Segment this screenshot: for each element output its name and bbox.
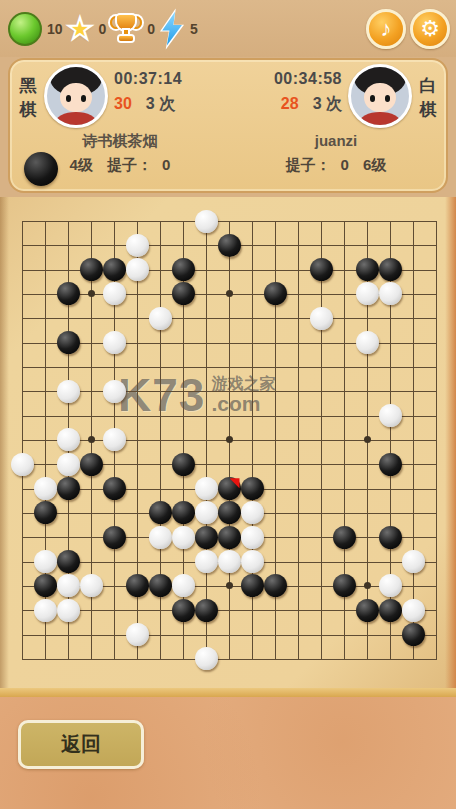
- coin-ball-icon: [8, 12, 42, 46]
- stone-white: [57, 599, 80, 622]
- stone-white: [195, 501, 218, 524]
- stone-black: [103, 258, 126, 281]
- top-bar: 10 ★ 0 0 5 ♪ ⚙: [0, 0, 456, 57]
- white-captures: 0: [341, 156, 349, 173]
- stone-black: [379, 453, 402, 476]
- stone-black: [195, 526, 218, 549]
- back-button[interactable]: 返回: [18, 720, 144, 769]
- stone-white: [149, 526, 172, 549]
- stone-black: [126, 574, 149, 597]
- black-player-avatar: [44, 64, 108, 128]
- white-time: 00:34:58: [182, 70, 342, 88]
- stone-black: [356, 599, 379, 622]
- stone-white: [172, 574, 195, 597]
- black-periods: 3 次: [146, 95, 175, 112]
- stone-white: [379, 404, 402, 427]
- grid-line: [22, 635, 437, 636]
- black-rank-captures: 4级 提子：0: [10, 156, 230, 175]
- white-byoyomi: 283 次: [182, 94, 342, 115]
- music-button[interactable]: ♪: [366, 9, 406, 49]
- star-point: [88, 290, 95, 297]
- stone-black: [333, 574, 356, 597]
- stone-white: [34, 599, 57, 622]
- watermark-dotcom: .com: [211, 393, 275, 415]
- stone-black: [241, 477, 264, 500]
- black-rank: 4级: [70, 156, 93, 173]
- stone-white: [356, 331, 379, 354]
- white-player-avatar: [348, 64, 412, 128]
- stone-white: [379, 282, 402, 305]
- white-clock: 00:34:58 283 次: [182, 70, 342, 115]
- player-panel: 黑棋 00:37:14 303 次 00:34:58 283 次 白棋 诗书棋茶…: [8, 58, 448, 193]
- stone-black: [241, 574, 264, 597]
- go-board[interactable]: K73 游戏之家 .com: [0, 197, 456, 688]
- stone-black: [34, 501, 57, 524]
- stone-black: [310, 258, 333, 281]
- stone-black: [402, 623, 425, 646]
- stone-black: [80, 258, 103, 281]
- black-captures-label: 提子：: [107, 156, 152, 173]
- star-point: [364, 436, 371, 443]
- white-periods: 3 次: [313, 95, 342, 112]
- star-point: [226, 582, 233, 589]
- white-side-label: 白棋: [418, 74, 438, 122]
- stone-black: [103, 477, 126, 500]
- white-rank: 6级: [363, 156, 386, 173]
- grid-line: [298, 221, 299, 660]
- stone-white: [57, 380, 80, 403]
- last-move-marker: [230, 478, 240, 488]
- stone-black: [218, 526, 241, 549]
- stone-white: [195, 647, 218, 670]
- stone-black: [149, 574, 172, 597]
- stone-white: [218, 550, 241, 573]
- stone-white: [57, 428, 80, 451]
- coins-stat: 10: [8, 12, 63, 46]
- white-player-name: juanzi: [226, 132, 446, 149]
- star-point: [226, 436, 233, 443]
- stone-white: [402, 599, 425, 622]
- black-captures: 0: [162, 156, 170, 173]
- stone-black: [57, 550, 80, 573]
- stone-white: [402, 550, 425, 573]
- stars-count: 0: [98, 21, 106, 37]
- white-rank-captures: 提子：0 6级: [226, 156, 446, 175]
- stone-black: [218, 477, 241, 500]
- lightning-icon: [159, 12, 185, 46]
- stone-black: [149, 501, 172, 524]
- stone-black: [195, 599, 218, 622]
- app-screen: 10 ★ 0 0 5 ♪ ⚙ 黑棋: [0, 0, 456, 809]
- stone-black: [264, 574, 287, 597]
- stone-white: [172, 526, 195, 549]
- stone-black: [379, 258, 402, 281]
- stone-black: [172, 258, 195, 281]
- black-countdown: 30: [114, 95, 132, 112]
- stone-black: [172, 599, 195, 622]
- stone-white: [80, 574, 103, 597]
- stone-black: [356, 258, 379, 281]
- star-icon: ★: [67, 12, 94, 46]
- stone-white: [103, 282, 126, 305]
- stone-white: [103, 331, 126, 354]
- stone-white: [57, 453, 80, 476]
- grid-line: [436, 221, 437, 660]
- stone-white: [149, 307, 172, 330]
- music-note-icon: ♪: [381, 18, 392, 40]
- white-countdown: 28: [281, 95, 299, 112]
- stone-black: [172, 282, 195, 305]
- stone-white: [34, 477, 57, 500]
- stone-black: [218, 501, 241, 524]
- watermark-k73: K73: [118, 373, 205, 417]
- star-point: [88, 436, 95, 443]
- trophy-stat: 0: [110, 12, 155, 46]
- stone-black: [333, 526, 356, 549]
- grid-line: [321, 221, 322, 660]
- stone-black: [218, 234, 241, 257]
- stone-white: [126, 258, 149, 281]
- stone-white: [195, 550, 218, 573]
- stone-black: [34, 574, 57, 597]
- board-bottom-edge: [0, 688, 456, 697]
- stone-black: [103, 526, 126, 549]
- stone-white: [356, 282, 379, 305]
- stone-black: [57, 282, 80, 305]
- energy-count: 5: [190, 21, 198, 37]
- stone-white: [310, 307, 333, 330]
- stone-white: [241, 550, 264, 573]
- stone-white: [57, 574, 80, 597]
- stone-black: [264, 282, 287, 305]
- stone-white: [241, 526, 264, 549]
- footer: 返回: [0, 697, 456, 809]
- stone-white: [126, 234, 149, 257]
- stone-black: [172, 501, 195, 524]
- stone-white: [103, 428, 126, 451]
- grid-line: [22, 659, 437, 660]
- grid-line: [413, 221, 414, 660]
- stone-white: [241, 501, 264, 524]
- stone-white: [195, 477, 218, 500]
- stone-white: [34, 550, 57, 573]
- black-side-label: 黑棋: [18, 74, 38, 122]
- stars-stat: ★ 0: [67, 12, 107, 46]
- energy-stat: 5: [159, 12, 198, 46]
- stone-white: [11, 453, 34, 476]
- star-point: [226, 290, 233, 297]
- trophy-icon: [110, 12, 142, 46]
- black-player-name: 诗书棋茶烟: [10, 132, 230, 151]
- stone-white: [195, 210, 218, 233]
- stone-black: [57, 331, 80, 354]
- settings-button[interactable]: ⚙: [410, 9, 450, 49]
- stone-black: [80, 453, 103, 476]
- white-captures-label: 提子：: [286, 156, 331, 173]
- stone-white: [126, 623, 149, 646]
- stone-black: [57, 477, 80, 500]
- stone-black: [379, 599, 402, 622]
- gear-icon: ⚙: [420, 18, 440, 40]
- star-point: [364, 582, 371, 589]
- stone-black: [172, 453, 195, 476]
- stone-white: [379, 574, 402, 597]
- trophy-count: 0: [147, 21, 155, 37]
- stone-black: [379, 526, 402, 549]
- stone-white: [103, 380, 126, 403]
- coins-count: 10: [47, 21, 63, 37]
